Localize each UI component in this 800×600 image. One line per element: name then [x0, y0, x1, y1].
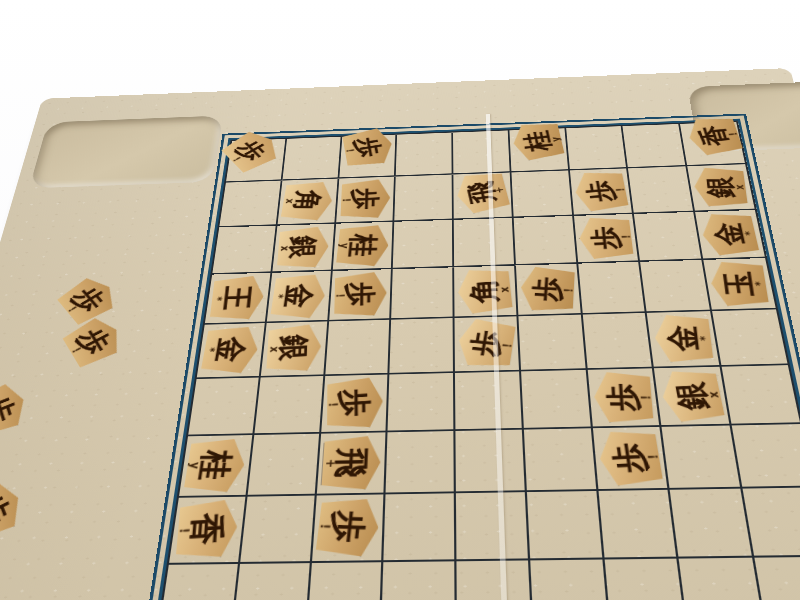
board-cell[interactable]: 歩! — [570, 169, 635, 216]
board-cell[interactable] — [282, 137, 342, 181]
piece-kanji: 銀 — [704, 176, 737, 198]
piece-mark: x — [498, 286, 512, 293]
piece-mark: x — [705, 391, 721, 398]
shogi-board: 歩!歩!桂y香!角x歩!飛+歩!銀x銀x桂y歩!金*王*金*歩!角x歩!玉*金*… — [0, 68, 800, 600]
piece-right-pawn[interactable]: 歩! — [578, 217, 634, 260]
piece-left-gold[interactable]: 金* — [270, 275, 327, 318]
piece-mark: ! — [620, 235, 634, 239]
piece-mark: y — [337, 243, 350, 248]
piece-mark: * — [743, 230, 757, 235]
board-cell[interactable] — [732, 424, 800, 489]
board-cell[interactable] — [670, 489, 754, 558]
board-cell[interactable]: 歩! — [516, 264, 583, 317]
piece-kanji: 歩 — [0, 489, 14, 531]
piece-kanji: 歩 — [233, 137, 271, 165]
board-cell[interactable]: 歩! — [587, 368, 662, 428]
piece-right-king[interactable]: 玉* — [709, 262, 770, 306]
board-cell[interactable] — [679, 557, 767, 600]
piece-kanji: 桂 — [347, 234, 379, 257]
piece-right-rook[interactable]: 飛+ — [453, 171, 511, 216]
captured-piece-tray-left[interactable] — [29, 116, 223, 189]
piece-left-knight[interactable]: 桂y — [336, 225, 390, 266]
board-cell[interactable] — [530, 559, 611, 600]
piece-left-bishop[interactable]: 角x — [280, 182, 334, 220]
board-border-outer: 歩!歩!桂y香!角x歩!飛+歩!銀x銀x桂y歩!金*王*金*歩!角x歩!玉*金*… — [142, 114, 800, 600]
board-cell[interactable] — [604, 558, 688, 600]
piece-right-pawn[interactable]: 歩! — [455, 318, 517, 370]
piece-mark: x — [267, 346, 281, 353]
board-cell[interactable]: 歩! — [226, 139, 287, 183]
piece-right-knight[interactable]: 桂y — [510, 121, 565, 162]
board-cell[interactable]: 玉* — [704, 258, 779, 311]
piece-right-bishop[interactable]: 角x — [457, 268, 514, 315]
piece-mark: x — [283, 199, 296, 204]
board-cell[interactable]: 金* — [695, 210, 767, 260]
board-cell[interactable]: 角x — [454, 265, 518, 318]
piece-mark: ! — [562, 288, 576, 293]
board-cell[interactable] — [393, 220, 454, 270]
board-cell[interactable] — [456, 492, 530, 561]
board-cell[interactable]: 金* — [197, 323, 267, 378]
captured-piece-slot: 歩! — [60, 316, 126, 366]
board-cell[interactable]: 銀x — [272, 223, 336, 272]
piece-right-pawn[interactable]: 歩! — [596, 430, 663, 487]
piece-left-pawn[interactable]: 歩! — [315, 498, 381, 557]
board-cell[interactable] — [219, 181, 282, 227]
piece-kanji: 歩 — [0, 391, 18, 428]
piece-kanji: 香 — [189, 512, 226, 546]
board-cell[interactable]: 桂y — [509, 128, 569, 172]
board-cell[interactable] — [453, 130, 511, 174]
board-grid: 歩!歩!桂y香!角x歩!飛+歩!銀x銀x桂y歩!金*王*金*歩!角x歩!玉*金*… — [156, 121, 800, 600]
board-cell[interactable]: 桂y — [179, 435, 254, 498]
board-cell[interactable]: 銀x — [654, 366, 732, 426]
piece-left-pawn[interactable]: 歩! — [340, 179, 390, 219]
captured-piece-pawn[interactable]: 歩! — [61, 313, 128, 371]
piece-mark: ! — [340, 198, 352, 202]
piece-mark: ! — [325, 401, 339, 406]
board-cell[interactable] — [511, 171, 573, 218]
piece-right-gold[interactable]: 金* — [699, 212, 760, 255]
piece-left-pawn[interactable]: 歩! — [342, 127, 396, 169]
piece-right-pawn[interactable]: 歩! — [572, 170, 629, 212]
board-cell[interactable] — [396, 133, 453, 177]
board-cell[interactable] — [641, 260, 713, 313]
board-cell[interactable] — [212, 225, 277, 274]
piece-kanji: 角 — [468, 278, 502, 304]
piece-kanji: 歩 — [338, 388, 371, 418]
board-cell[interactable]: 香! — [680, 122, 747, 167]
piece-mark: * — [203, 347, 217, 352]
board-cell[interactable] — [232, 563, 312, 600]
piece-kanji: 銀 — [278, 335, 311, 362]
piece-kanji: 金 — [282, 284, 316, 308]
piece-left-pawn[interactable]: 歩! — [219, 127, 285, 175]
board-cell[interactable]: 銀x — [687, 164, 756, 211]
piece-mark: + — [323, 458, 338, 467]
piece-mark: * — [697, 336, 712, 341]
piece-mark: ! — [645, 454, 661, 460]
board-cell[interactable] — [455, 371, 524, 431]
board-cell[interactable] — [514, 216, 578, 266]
board-cell[interactable]: 歩! — [321, 374, 390, 433]
piece-mark: ! — [727, 132, 740, 136]
piece-kanji: 銀 — [288, 235, 319, 259]
piece-right-pawn[interactable]: 歩! — [593, 372, 654, 423]
board-cell[interactable] — [391, 267, 454, 320]
piece-right-gold[interactable]: 金* — [653, 315, 714, 362]
piece-kanji: 歩 — [68, 283, 109, 317]
board-cell[interactable] — [457, 560, 534, 600]
piece-kanji: 歩 — [610, 442, 650, 474]
board-cell[interactable] — [634, 212, 703, 262]
piece-left-gold[interactable]: 金* — [200, 327, 261, 373]
board-cell[interactable] — [582, 313, 654, 369]
piece-kanji: 玉 — [721, 271, 757, 296]
piece-kanji: 歩 — [345, 281, 376, 307]
piece-left-pawn[interactable]: 歩! — [327, 377, 384, 430]
piece-mark: * — [272, 294, 286, 299]
piece-left-silver[interactable]: 銀x — [266, 324, 322, 373]
board-cell[interactable] — [628, 166, 695, 213]
board-cell[interactable]: 歩! — [455, 317, 521, 373]
board-cell[interactable] — [521, 370, 593, 430]
piece-kanji: 飛 — [334, 448, 370, 478]
piece-kanji: 桂 — [197, 450, 235, 480]
board-cell[interactable] — [158, 564, 240, 600]
board-cell[interactable] — [386, 431, 456, 495]
piece-mark: x — [278, 245, 291, 251]
board-cell[interactable] — [381, 561, 457, 600]
board-cell[interactable] — [456, 430, 527, 494]
board-cell[interactable] — [325, 320, 392, 376]
board-cell[interactable]: 桂y — [332, 222, 394, 271]
shogi-photo-scene: 歩!歩!桂y香!角x歩!飛+歩!銀x銀x桂y歩!金*王*金*歩!角x歩!玉*金*… — [0, 0, 800, 600]
piece-mark: y — [187, 462, 202, 469]
piece-mark: * — [211, 296, 224, 301]
board-cell[interactable] — [188, 377, 260, 436]
board-cell[interactable] — [722, 365, 800, 426]
board-cell[interactable] — [598, 490, 679, 559]
board-cell[interactable] — [390, 318, 455, 374]
piece-mark: y — [549, 136, 562, 142]
piece-mark: ! — [333, 293, 346, 298]
board-cell[interactable] — [240, 496, 316, 564]
piece-right-silver[interactable]: 銀x — [658, 369, 725, 422]
board-cell[interactable]: 歩! — [574, 214, 641, 264]
board-cell[interactable]: 金* — [647, 311, 722, 368]
piece-left-silver[interactable]: 銀x — [277, 226, 330, 269]
board-cell[interactable]: 歩! — [593, 427, 671, 491]
board-cell[interactable] — [712, 310, 789, 367]
piece-left-lance[interactable]: 香! — [176, 500, 239, 560]
piece-right-silver[interactable]: 銀x — [693, 168, 749, 207]
piece-kanji: 金 — [213, 337, 249, 363]
board-cell[interactable]: 銀x — [260, 322, 328, 378]
board-cell[interactable] — [527, 491, 604, 560]
piece-kanji: 歩 — [468, 329, 505, 358]
board-cell[interactable]: 飛+ — [453, 173, 513, 220]
piece-kanji: 歩 — [605, 383, 641, 411]
board-cell[interactable]: 角x — [277, 179, 339, 226]
board-perspective-wrapper: 歩!歩!桂y香!角x歩!飛+歩!銀x銀x桂y歩!金*王*金*歩!角x歩!玉*金*… — [0, 68, 800, 600]
piece-mark: ! — [176, 528, 191, 534]
piece-mark: ! — [638, 395, 653, 400]
piece-mark: + — [493, 186, 507, 194]
board-cell[interactable] — [662, 425, 743, 490]
piece-right-pawn[interactable]: 歩! — [519, 266, 575, 312]
board-cell[interactable] — [578, 262, 647, 315]
piece-left-rook[interactable]: 飛+ — [321, 436, 381, 490]
piece-kanji: 歩 — [73, 324, 114, 359]
piece-kanji: 銀 — [672, 381, 712, 411]
piece-left-knight[interactable]: 桂y — [183, 439, 248, 492]
board-cell[interactable]: 歩! — [311, 495, 385, 563]
board-cell[interactable] — [623, 124, 688, 169]
piece-kanji: 歩 — [350, 188, 380, 211]
piece-mark: ! — [317, 524, 333, 530]
board-cell[interactable]: 歩! — [336, 177, 396, 224]
board-cell[interactable] — [566, 126, 628, 171]
board-cell[interactable] — [306, 562, 383, 600]
board-cell[interactable] — [395, 175, 454, 222]
board-border-inner: 歩!歩!桂y香!角x歩!飛+歩!銀x銀x桂y歩!金*王*金*歩!角x歩!玉*金*… — [152, 119, 800, 600]
board-cell[interactable] — [388, 373, 456, 433]
piece-mark: ! — [614, 187, 627, 191]
board-cell[interactable] — [384, 494, 457, 562]
piece-kanji: 王 — [221, 285, 254, 310]
board-cell[interactable] — [254, 376, 325, 435]
piece-kanji: 歩 — [352, 136, 384, 160]
board-cell[interactable] — [755, 556, 800, 600]
board-cell[interactable]: 歩! — [339, 135, 397, 179]
piece-left-pawn[interactable]: 歩! — [334, 272, 387, 318]
board-cell[interactable]: 金* — [266, 271, 332, 323]
piece-kanji: 金 — [665, 325, 701, 351]
board-cell[interactable]: 歩! — [329, 269, 393, 321]
piece-mark: * — [753, 281, 768, 286]
board-cell[interactable] — [518, 315, 587, 371]
piece-kanji: 歩 — [584, 179, 618, 202]
piece-kanji: 角 — [291, 191, 323, 212]
board-cell[interactable] — [454, 218, 516, 268]
piece-kanji: 歩 — [589, 226, 622, 250]
piece-left-king[interactable]: 王* — [210, 275, 266, 320]
board-cell[interactable]: 香! — [169, 497, 247, 565]
board-cell[interactable] — [524, 428, 598, 492]
piece-mark: x — [733, 185, 747, 190]
piece-right-lance[interactable]: 香! — [685, 116, 745, 156]
piece-kanji: 歩 — [329, 511, 368, 544]
board-cell[interactable] — [247, 434, 320, 497]
board-cell[interactable]: 王* — [205, 273, 272, 325]
board-cell[interactable]: 飛+ — [316, 432, 388, 496]
piece-kanji: 歩 — [531, 276, 564, 302]
